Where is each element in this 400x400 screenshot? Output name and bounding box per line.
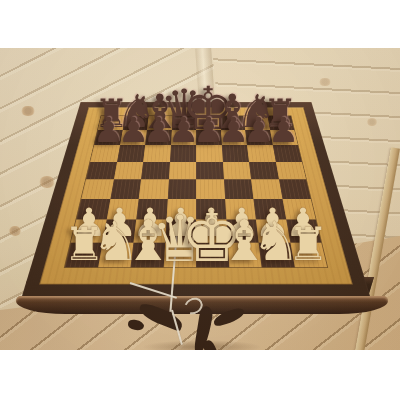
square-d3 <box>166 199 196 220</box>
square-c3 <box>136 199 167 220</box>
square-b2 <box>102 219 136 242</box>
square-f3 <box>225 199 256 220</box>
square-g8 <box>243 116 269 130</box>
square-d5 <box>168 162 196 180</box>
square-a1 <box>65 242 102 267</box>
square-b6 <box>117 145 145 161</box>
square-d8 <box>171 116 196 130</box>
photo-canvas: ♜♞♝♛♚♝♞♜♟♟♟♟♟♟♟♟♟♟♟♟♟♟♟♟♜♞♝♛♚♝♞♜ <box>0 0 400 400</box>
square-g4 <box>251 179 282 198</box>
square-e8 <box>196 116 221 130</box>
chess-board <box>22 102 370 296</box>
square-g7 <box>245 130 272 145</box>
square-e2 <box>196 219 227 242</box>
square-a5 <box>86 162 117 180</box>
square-c7 <box>145 130 171 145</box>
square-h8 <box>267 116 294 130</box>
square-e6 <box>196 145 222 161</box>
square-h1 <box>290 242 327 267</box>
square-d4 <box>167 179 196 198</box>
square-d7 <box>171 130 196 145</box>
square-c6 <box>143 145 170 161</box>
square-d6 <box>170 145 196 161</box>
square-h6 <box>272 145 301 161</box>
square-e4 <box>196 179 225 198</box>
square-f8 <box>220 116 245 130</box>
square-h4 <box>279 179 311 198</box>
square-f7 <box>221 130 247 145</box>
square-e3 <box>196 199 226 220</box>
square-a2 <box>71 219 106 242</box>
wood-knot <box>366 118 378 126</box>
wood-knot <box>8 226 22 236</box>
square-h3 <box>282 199 316 220</box>
square-g1 <box>259 242 295 267</box>
square-d2 <box>165 219 196 242</box>
square-e5 <box>196 162 224 180</box>
square-c1 <box>130 242 164 267</box>
photo-scene: ♜♞♝♛♚♝♞♜♟♟♟♟♟♟♟♟♟♟♟♟♟♟♟♟♜♞♝♛♚♝♞♜ <box>0 48 400 350</box>
board-frame-maple <box>39 107 353 284</box>
square-e7 <box>196 130 221 145</box>
square-b5 <box>113 162 143 180</box>
wood-knot <box>38 176 56 188</box>
square-f1 <box>227 242 261 267</box>
square-c4 <box>139 179 169 198</box>
wood-knot <box>20 106 36 116</box>
square-e1 <box>196 242 229 267</box>
square-g6 <box>247 145 275 161</box>
square-a7 <box>94 130 122 145</box>
board-frame-walnut <box>22 102 370 296</box>
square-b4 <box>110 179 141 198</box>
square-c2 <box>133 219 166 242</box>
square-b1 <box>98 242 134 267</box>
square-h2 <box>286 219 321 242</box>
square-b7 <box>120 130 147 145</box>
square-a3 <box>76 199 110 220</box>
square-g3 <box>253 199 285 220</box>
square-c8 <box>147 116 172 130</box>
square-f4 <box>224 179 254 198</box>
square-b8 <box>122 116 148 130</box>
square-a8 <box>98 116 125 130</box>
square-h5 <box>275 162 306 180</box>
square-a4 <box>81 179 113 198</box>
board-squares-grid <box>65 116 327 267</box>
square-h7 <box>270 130 298 145</box>
square-b3 <box>106 199 138 220</box>
square-f5 <box>222 162 251 180</box>
square-d1 <box>163 242 196 267</box>
square-f2 <box>226 219 259 242</box>
square-c5 <box>141 162 170 180</box>
wood-knot <box>318 78 332 86</box>
square-g5 <box>249 162 279 180</box>
square-f6 <box>221 145 248 161</box>
square-g2 <box>256 219 290 242</box>
square-a6 <box>90 145 119 161</box>
